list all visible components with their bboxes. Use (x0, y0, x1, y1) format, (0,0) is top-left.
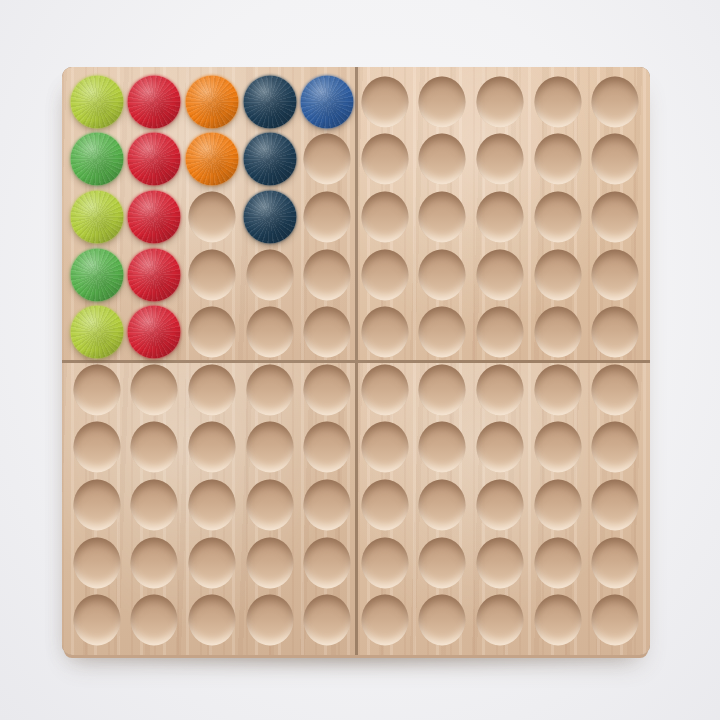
recess (534, 595, 581, 646)
cell-r9c6[interactable] (356, 534, 414, 592)
recess (246, 537, 293, 588)
recess (476, 422, 523, 473)
cell-r6c2[interactable] (126, 361, 184, 419)
cell-r5c1[interactable] (68, 303, 126, 361)
cell-r6c5[interactable] (298, 361, 356, 419)
ball-orange[interactable] (185, 133, 238, 186)
recess (534, 537, 581, 588)
cell-r9c2[interactable] (126, 534, 184, 592)
recess (476, 249, 523, 300)
cell-r1c3[interactable] (183, 73, 241, 131)
recess (534, 134, 581, 185)
cell-r8c5[interactable] (298, 476, 356, 534)
recess (534, 76, 581, 127)
recess (361, 307, 408, 358)
cell-r4c6[interactable] (356, 246, 414, 304)
recess (419, 249, 466, 300)
recess (246, 249, 293, 300)
recess (592, 134, 639, 185)
cell-r1c1[interactable] (68, 73, 126, 131)
ball-red[interactable] (128, 248, 181, 301)
cell-r10c9[interactable] (529, 591, 587, 649)
ball-red[interactable] (128, 75, 181, 128)
cell-r5c6[interactable] (356, 303, 414, 361)
cell-r10c10[interactable] (586, 591, 644, 649)
hundred-board-grid (68, 73, 644, 649)
cell-r8c9[interactable] (529, 476, 587, 534)
cell-r1c2[interactable] (126, 73, 184, 131)
recess (304, 595, 351, 646)
ball-red[interactable] (128, 190, 181, 243)
recess (361, 134, 408, 185)
recess (188, 307, 235, 358)
cell-r8c2[interactable] (126, 476, 184, 534)
recess (361, 595, 408, 646)
cell-r9c10[interactable] (586, 534, 644, 592)
ball-dark-navy[interactable] (243, 190, 296, 243)
cell-r7c10[interactable] (586, 419, 644, 477)
cell-r10c2[interactable] (126, 591, 184, 649)
recess (592, 595, 639, 646)
recess (73, 422, 120, 473)
cell-r7c1[interactable] (68, 419, 126, 477)
recess (131, 422, 178, 473)
recess (361, 479, 408, 530)
cell-r4c9[interactable] (529, 246, 587, 304)
cell-r10c8[interactable] (471, 591, 529, 649)
ball-red[interactable] (128, 133, 181, 186)
recess (188, 479, 235, 530)
cell-r9c5[interactable] (298, 534, 356, 592)
recess (592, 191, 639, 242)
recess (592, 479, 639, 530)
ball-lime-green[interactable] (70, 306, 123, 359)
cell-r9c4[interactable] (241, 534, 299, 592)
cell-r4c3[interactable] (183, 246, 241, 304)
cell-r2c4[interactable] (241, 131, 299, 189)
recess (534, 249, 581, 300)
cell-r4c8[interactable] (471, 246, 529, 304)
cell-r3c1[interactable] (68, 188, 126, 246)
recess (419, 479, 466, 530)
cell-r6c10[interactable] (586, 361, 644, 419)
cell-r9c8[interactable] (471, 534, 529, 592)
recess (476, 364, 523, 415)
cell-r6c3[interactable] (183, 361, 241, 419)
cell-r8c10[interactable] (586, 476, 644, 534)
cell-r4c4[interactable] (241, 246, 299, 304)
cell-r10c7[interactable] (414, 591, 472, 649)
cell-r5c8[interactable] (471, 303, 529, 361)
recess (476, 595, 523, 646)
recess (592, 307, 639, 358)
recess (188, 422, 235, 473)
recess (361, 249, 408, 300)
recess (361, 191, 408, 242)
cell-r8c4[interactable] (241, 476, 299, 534)
cell-r9c1[interactable] (68, 534, 126, 592)
recess (188, 191, 235, 242)
cell-r7c4[interactable] (241, 419, 299, 477)
recess (534, 191, 581, 242)
recess (592, 76, 639, 127)
cell-r4c7[interactable] (414, 246, 472, 304)
cell-r7c2[interactable] (126, 419, 184, 477)
recess (419, 595, 466, 646)
cell-r5c9[interactable] (529, 303, 587, 361)
recess (361, 76, 408, 127)
recess (476, 307, 523, 358)
cell-r2c1[interactable] (68, 131, 126, 189)
cell-r8c6[interactable] (356, 476, 414, 534)
recess (534, 422, 581, 473)
cell-r1c5[interactable] (298, 73, 356, 131)
recess (73, 479, 120, 530)
cell-r2c8[interactable] (471, 131, 529, 189)
photo-scene (0, 0, 720, 720)
recess (592, 364, 639, 415)
recess (476, 76, 523, 127)
recess (304, 134, 351, 185)
recess (476, 134, 523, 185)
cell-r6c4[interactable] (241, 361, 299, 419)
recess (476, 479, 523, 530)
recess (188, 364, 235, 415)
recess (534, 364, 581, 415)
cell-r2c6[interactable] (356, 131, 414, 189)
cell-r4c10[interactable] (586, 246, 644, 304)
recess (188, 249, 235, 300)
ball-lime-green[interactable] (70, 190, 123, 243)
cell-r7c3[interactable] (183, 419, 241, 477)
cell-r5c10[interactable] (586, 303, 644, 361)
recess (419, 76, 466, 127)
cell-r10c1[interactable] (68, 591, 126, 649)
cell-r3c3[interactable] (183, 188, 241, 246)
cell-r6c9[interactable] (529, 361, 587, 419)
cell-r1c10[interactable] (586, 73, 644, 131)
cell-r3c6[interactable] (356, 188, 414, 246)
cell-r2c5[interactable] (298, 131, 356, 189)
ball-orange[interactable] (185, 75, 238, 128)
recess (188, 537, 235, 588)
ball-dark-navy[interactable] (243, 133, 296, 186)
cell-r2c9[interactable] (529, 131, 587, 189)
recess (304, 307, 351, 358)
recess (246, 479, 293, 530)
ball-dark-navy[interactable] (243, 75, 296, 128)
cell-r8c1[interactable] (68, 476, 126, 534)
ball-red[interactable] (128, 306, 181, 359)
recess (304, 364, 351, 415)
cell-r1c4[interactable] (241, 73, 299, 131)
cell-r5c3[interactable] (183, 303, 241, 361)
recess (246, 307, 293, 358)
recess (476, 191, 523, 242)
cell-r2c7[interactable] (414, 131, 472, 189)
recess (304, 191, 351, 242)
cell-r3c10[interactable] (586, 188, 644, 246)
cell-r3c2[interactable] (126, 188, 184, 246)
recess (304, 479, 351, 530)
ball-royal-blue[interactable] (301, 75, 354, 128)
recess (419, 422, 466, 473)
cell-r9c7[interactable] (414, 534, 472, 592)
cell-r9c9[interactable] (529, 534, 587, 592)
cell-r7c9[interactable] (529, 419, 587, 477)
recess (188, 595, 235, 646)
recess (592, 537, 639, 588)
recess (73, 595, 120, 646)
cell-r5c2[interactable] (126, 303, 184, 361)
cell-r3c5[interactable] (298, 188, 356, 246)
recess (476, 537, 523, 588)
cell-r5c5[interactable] (298, 303, 356, 361)
cell-r1c9[interactable] (529, 73, 587, 131)
recess (534, 479, 581, 530)
cell-r7c6[interactable] (356, 419, 414, 477)
cell-r4c2[interactable] (126, 246, 184, 304)
cell-r8c3[interactable] (183, 476, 241, 534)
cell-r3c8[interactable] (471, 188, 529, 246)
cell-r6c1[interactable] (68, 361, 126, 419)
recess (419, 134, 466, 185)
cell-r6c6[interactable] (356, 361, 414, 419)
recess (304, 422, 351, 473)
recess (246, 422, 293, 473)
cell-r6c7[interactable] (414, 361, 472, 419)
cell-r7c5[interactable] (298, 419, 356, 477)
cell-r4c1[interactable] (68, 246, 126, 304)
recess (419, 364, 466, 415)
recess (361, 422, 408, 473)
recess (246, 364, 293, 415)
recess (419, 191, 466, 242)
recess (131, 595, 178, 646)
recess (304, 249, 351, 300)
cell-r10c4[interactable] (241, 591, 299, 649)
cell-r10c6[interactable] (356, 591, 414, 649)
recess (534, 307, 581, 358)
recess (419, 537, 466, 588)
recess (419, 307, 466, 358)
cell-r9c3[interactable] (183, 534, 241, 592)
cell-r10c5[interactable] (298, 591, 356, 649)
hundred-board (62, 67, 650, 655)
recess (592, 422, 639, 473)
cell-r1c7[interactable] (414, 73, 472, 131)
recess (131, 537, 178, 588)
recess (131, 479, 178, 530)
ball-lime-green[interactable] (70, 75, 123, 128)
recess (304, 537, 351, 588)
cell-r5c7[interactable] (414, 303, 472, 361)
ball-green[interactable] (70, 248, 123, 301)
recess (246, 595, 293, 646)
recess (592, 249, 639, 300)
cell-r7c7[interactable] (414, 419, 472, 477)
ball-green[interactable] (70, 133, 123, 186)
recess (361, 364, 408, 415)
cell-r2c3[interactable] (183, 131, 241, 189)
cell-r2c10[interactable] (586, 131, 644, 189)
cell-r7c8[interactable] (471, 419, 529, 477)
cell-r1c6[interactable] (356, 73, 414, 131)
cell-r4c5[interactable] (298, 246, 356, 304)
cell-r6c8[interactable] (471, 361, 529, 419)
cell-r3c7[interactable] (414, 188, 472, 246)
cell-r3c9[interactable] (529, 188, 587, 246)
cell-r3c4[interactable] (241, 188, 299, 246)
cell-r2c2[interactable] (126, 131, 184, 189)
cell-r5c4[interactable] (241, 303, 299, 361)
recess (361, 537, 408, 588)
cell-r8c7[interactable] (414, 476, 472, 534)
cell-r8c8[interactable] (471, 476, 529, 534)
recess (131, 364, 178, 415)
recess (73, 364, 120, 415)
cell-r10c3[interactable] (183, 591, 241, 649)
cell-r1c8[interactable] (471, 73, 529, 131)
recess (73, 537, 120, 588)
